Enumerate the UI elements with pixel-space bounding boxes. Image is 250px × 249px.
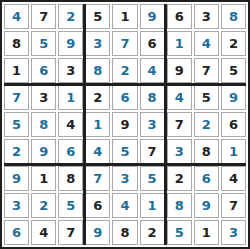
sudoku-cell-r6c3[interactable]: 6 [58, 139, 83, 164]
sudoku-cell-r4c4[interactable]: 2 [85, 85, 110, 110]
sudoku-cell-r3c2[interactable]: 6 [31, 58, 56, 83]
sudoku-cell-r1c5[interactable]: 1 [112, 4, 137, 29]
sudoku-cell-r1c3[interactable]: 2 [58, 4, 83, 29]
sudoku-cell-r3c9[interactable]: 5 [221, 58, 246, 83]
sudoku-cell-r1c7[interactable]: 6 [167, 4, 192, 29]
sudoku-cell-r8c3[interactable]: 5 [58, 193, 83, 218]
sudoku-cell-r9c3[interactable]: 7 [58, 220, 83, 245]
sudoku-board: 4725196388593761421638249757312684595841… [0, 0, 250, 249]
sudoku-cell-r7c7[interactable]: 2 [167, 166, 192, 191]
sudoku-cell-r7c4[interactable]: 7 [85, 166, 110, 191]
sudoku-cell-r2c3[interactable]: 9 [58, 31, 83, 56]
sudoku-cell-r8c2[interactable]: 2 [31, 193, 56, 218]
sudoku-cell-r3c8[interactable]: 7 [194, 58, 219, 83]
sudoku-cell-r1c8[interactable]: 3 [194, 4, 219, 29]
sudoku-cell-r7c1[interactable]: 9 [4, 166, 29, 191]
sudoku-cell-r7c8[interactable]: 6 [194, 166, 219, 191]
sudoku-cell-r8c5[interactable]: 4 [112, 193, 137, 218]
sudoku-cell-r1c9[interactable]: 8 [221, 4, 246, 29]
sudoku-cell-r1c6[interactable]: 9 [140, 4, 165, 29]
sudoku-cell-r4c5[interactable]: 6 [112, 85, 137, 110]
sudoku-cell-r5c5[interactable]: 9 [112, 112, 137, 137]
sudoku-cell-r2c1[interactable]: 8 [4, 31, 29, 56]
sudoku-cell-r7c6[interactable]: 5 [140, 166, 165, 191]
sudoku-cell-r4c8[interactable]: 5 [194, 85, 219, 110]
sudoku-cell-r4c7[interactable]: 4 [167, 85, 192, 110]
sudoku-cell-r6c9[interactable]: 1 [221, 139, 246, 164]
sudoku-cell-r6c2[interactable]: 9 [31, 139, 56, 164]
sudoku-cell-r6c1[interactable]: 2 [4, 139, 29, 164]
sudoku-cell-r5c2[interactable]: 8 [31, 112, 56, 137]
sudoku-grid: 4725196388593761421638249757312684595841… [4, 4, 246, 245]
sudoku-cell-r2c8[interactable]: 4 [194, 31, 219, 56]
sudoku-cell-r6c8[interactable]: 8 [194, 139, 219, 164]
sudoku-cell-r7c2[interactable]: 1 [31, 166, 56, 191]
sudoku-cell-r9c2[interactable]: 4 [31, 220, 56, 245]
sudoku-cell-r7c3[interactable]: 8 [58, 166, 83, 191]
sudoku-cell-r4c6[interactable]: 8 [140, 85, 165, 110]
sudoku-cell-r6c6[interactable]: 7 [140, 139, 165, 164]
sudoku-cell-r9c9[interactable]: 3 [221, 220, 246, 245]
sudoku-cell-r6c5[interactable]: 5 [112, 139, 137, 164]
sudoku-cell-r3c4[interactable]: 8 [85, 58, 110, 83]
sudoku-cell-r7c9[interactable]: 4 [221, 166, 246, 191]
sudoku-cell-r5c7[interactable]: 7 [167, 112, 192, 137]
sudoku-cell-r5c3[interactable]: 4 [58, 112, 83, 137]
sudoku-cell-r6c4[interactable]: 4 [85, 139, 110, 164]
sudoku-cell-r3c1[interactable]: 1 [4, 58, 29, 83]
sudoku-cell-r9c6[interactable]: 2 [140, 220, 165, 245]
sudoku-cell-r2c2[interactable]: 5 [31, 31, 56, 56]
sudoku-cell-r5c6[interactable]: 3 [140, 112, 165, 137]
sudoku-cell-r4c9[interactable]: 9 [221, 85, 246, 110]
sudoku-cell-r8c7[interactable]: 8 [167, 193, 192, 218]
sudoku-cell-r8c8[interactable]: 9 [194, 193, 219, 218]
sudoku-cell-r9c7[interactable]: 5 [167, 220, 192, 245]
sudoku-cell-r6c7[interactable]: 3 [167, 139, 192, 164]
sudoku-cell-r5c1[interactable]: 5 [4, 112, 29, 137]
sudoku-cell-r1c4[interactable]: 5 [85, 4, 110, 29]
sudoku-cell-r8c1[interactable]: 3 [4, 193, 29, 218]
sudoku-cell-r1c2[interactable]: 7 [31, 4, 56, 29]
sudoku-cell-r9c8[interactable]: 1 [194, 220, 219, 245]
sudoku-cell-r3c6[interactable]: 4 [140, 58, 165, 83]
sudoku-cell-r5c4[interactable]: 1 [85, 112, 110, 137]
sudoku-cell-r3c7[interactable]: 9 [167, 58, 192, 83]
sudoku-cell-r8c6[interactable]: 1 [140, 193, 165, 218]
sudoku-cell-r9c1[interactable]: 6 [4, 220, 29, 245]
sudoku-cell-r4c1[interactable]: 7 [4, 85, 29, 110]
sudoku-cell-r3c3[interactable]: 3 [58, 58, 83, 83]
sudoku-cell-r5c9[interactable]: 6 [221, 112, 246, 137]
sudoku-cell-r8c9[interactable]: 7 [221, 193, 246, 218]
sudoku-cell-r2c5[interactable]: 7 [112, 31, 137, 56]
sudoku-cell-r2c7[interactable]: 1 [167, 31, 192, 56]
sudoku-cell-r1c1[interactable]: 4 [4, 4, 29, 29]
sudoku-cell-r2c6[interactable]: 6 [140, 31, 165, 56]
sudoku-cell-r4c3[interactable]: 1 [58, 85, 83, 110]
sudoku-cell-r5c8[interactable]: 2 [194, 112, 219, 137]
sudoku-cell-r4c2[interactable]: 3 [31, 85, 56, 110]
sudoku-cell-r7c5[interactable]: 3 [112, 166, 137, 191]
sudoku-cell-r9c5[interactable]: 8 [112, 220, 137, 245]
sudoku-cell-r9c4[interactable]: 9 [85, 220, 110, 245]
sudoku-cell-r3c5[interactable]: 2 [112, 58, 137, 83]
sudoku-cell-r8c4[interactable]: 6 [85, 193, 110, 218]
sudoku-cell-r2c9[interactable]: 2 [221, 31, 246, 56]
sudoku-cell-r2c4[interactable]: 3 [85, 31, 110, 56]
